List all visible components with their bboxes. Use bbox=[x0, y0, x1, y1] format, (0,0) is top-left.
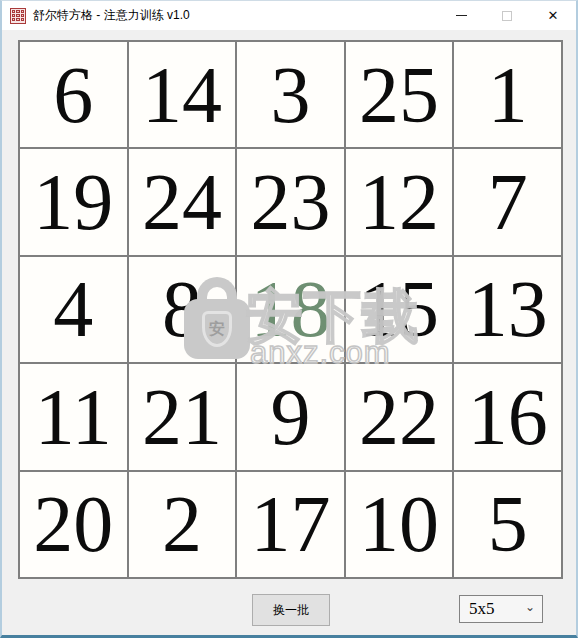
grid-cell-10[interactable]: 10 bbox=[346, 472, 453, 577]
grid-cell-17[interactable]: 17 bbox=[237, 472, 344, 577]
window-title: 舒尔特方格 - 注意力训练 v1.0 bbox=[33, 7, 190, 24]
schulte-grid: 6143251192423127481815131121922162021710… bbox=[18, 40, 563, 579]
grid-cell-13[interactable]: 13 bbox=[454, 257, 561, 362]
close-icon: ✕ bbox=[548, 9, 559, 22]
grid-cell-24[interactable]: 24 bbox=[129, 149, 236, 254]
grid-cell-3[interactable]: 3 bbox=[237, 42, 344, 147]
grid-cell-12[interactable]: 12 bbox=[346, 149, 453, 254]
grid-cell-18[interactable]: 18 bbox=[237, 257, 344, 362]
title-bar: 舒尔特方格 - 注意力训练 v1.0 ✕ bbox=[2, 1, 576, 30]
app-window: 舒尔特方格 - 注意力训练 v1.0 ✕ 6143251192423127481… bbox=[0, 0, 578, 638]
grid-cell-7[interactable]: 7 bbox=[454, 149, 561, 254]
grid-cell-5[interactable]: 5 bbox=[454, 472, 561, 577]
grid-cell-19[interactable]: 19 bbox=[20, 149, 127, 254]
refresh-button[interactable]: 换一批 bbox=[252, 594, 330, 626]
grid-cell-14[interactable]: 14 bbox=[129, 42, 236, 147]
grid-cell-16[interactable]: 16 bbox=[454, 364, 561, 469]
grid-cell-25[interactable]: 25 bbox=[346, 42, 453, 147]
grid-cell-20[interactable]: 20 bbox=[20, 472, 127, 577]
grid-cell-11[interactable]: 11 bbox=[20, 364, 127, 469]
close-button[interactable]: ✕ bbox=[530, 1, 576, 30]
grid-cell-6[interactable]: 6 bbox=[20, 42, 127, 147]
grid-cell-22[interactable]: 22 bbox=[346, 364, 453, 469]
grid-cell-1[interactable]: 1 bbox=[454, 42, 561, 147]
app-grid-icon bbox=[10, 8, 26, 24]
maximize-icon bbox=[502, 11, 512, 21]
caption-buttons: ✕ bbox=[438, 1, 576, 30]
grid-cell-23[interactable]: 23 bbox=[237, 149, 344, 254]
grid-cell-21[interactable]: 21 bbox=[129, 364, 236, 469]
grid-cell-4[interactable]: 4 bbox=[20, 257, 127, 362]
grid-size-select[interactable]: 5x5 ⌄ bbox=[459, 595, 543, 623]
grid-size-value: 5x5 bbox=[469, 599, 495, 619]
grid-cell-8[interactable]: 8 bbox=[129, 257, 236, 362]
minimize-button[interactable] bbox=[438, 1, 484, 30]
grid-cell-15[interactable]: 15 bbox=[346, 257, 453, 362]
chevron-down-icon: ⌄ bbox=[525, 600, 535, 614]
maximize-button[interactable] bbox=[484, 1, 530, 30]
grid-cell-2[interactable]: 2 bbox=[129, 472, 236, 577]
grid-cell-9[interactable]: 9 bbox=[237, 364, 344, 469]
minimize-icon bbox=[456, 15, 467, 16]
